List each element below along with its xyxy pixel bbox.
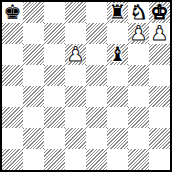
square-e5[interactable] [86, 65, 107, 86]
square-c5[interactable] [44, 65, 65, 86]
square-b7[interactable] [23, 23, 44, 44]
square-f8[interactable]: ♜ [107, 2, 128, 23]
square-a4[interactable] [2, 86, 23, 107]
piece-white-pawn: ♟ [67, 44, 85, 65]
square-e6[interactable] [86, 44, 107, 65]
square-e8[interactable] [86, 2, 107, 23]
square-f3[interactable] [107, 107, 128, 128]
square-d7[interactable] [65, 23, 86, 44]
square-h6[interactable] [149, 44, 170, 65]
square-b8[interactable] [23, 2, 44, 23]
square-g4[interactable] [128, 86, 149, 107]
square-c4[interactable] [44, 86, 65, 107]
square-d1[interactable] [65, 149, 86, 170]
square-h8[interactable]: ♚ [149, 2, 170, 23]
square-d8[interactable] [65, 2, 86, 23]
piece-white-king: ♚ [151, 2, 169, 23]
square-h4[interactable] [149, 86, 170, 107]
square-f6[interactable]: ♝ [107, 44, 128, 65]
piece-black-bishop: ♝ [109, 44, 127, 65]
square-d3[interactable] [65, 107, 86, 128]
square-c2[interactable] [44, 128, 65, 149]
square-a2[interactable] [2, 128, 23, 149]
square-b4[interactable] [23, 86, 44, 107]
square-g8[interactable]: ♞ [128, 2, 149, 23]
square-h7[interactable]: ♟ [149, 23, 170, 44]
square-a5[interactable] [2, 65, 23, 86]
square-f4[interactable] [107, 86, 128, 107]
square-b2[interactable] [23, 128, 44, 149]
square-h5[interactable] [149, 65, 170, 86]
piece-black-rook: ♜ [109, 2, 127, 23]
piece-white-pawn: ♟ [151, 23, 169, 44]
square-c8[interactable] [44, 2, 65, 23]
square-f2[interactable] [107, 128, 128, 149]
square-a1[interactable] [2, 149, 23, 170]
chess-diagram: ♚♜♞♚♟♟♟♝ [0, 0, 172, 172]
square-b1[interactable] [23, 149, 44, 170]
square-c6[interactable] [44, 44, 65, 65]
piece-white-pawn: ♟ [130, 23, 148, 44]
square-h1[interactable] [149, 149, 170, 170]
square-f5[interactable] [107, 65, 128, 86]
square-g6[interactable] [128, 44, 149, 65]
chess-board: ♚♜♞♚♟♟♟♝ [0, 0, 172, 172]
square-c7[interactable] [44, 23, 65, 44]
square-g1[interactable] [128, 149, 149, 170]
square-a8[interactable]: ♚ [2, 2, 23, 23]
square-h2[interactable] [149, 128, 170, 149]
square-a3[interactable] [2, 107, 23, 128]
square-f1[interactable] [107, 149, 128, 170]
square-b5[interactable] [23, 65, 44, 86]
square-c3[interactable] [44, 107, 65, 128]
square-c1[interactable] [44, 149, 65, 170]
piece-white-knight: ♞ [130, 2, 148, 23]
square-a7[interactable] [2, 23, 23, 44]
square-e3[interactable] [86, 107, 107, 128]
square-h3[interactable] [149, 107, 170, 128]
square-g3[interactable] [128, 107, 149, 128]
square-e7[interactable] [86, 23, 107, 44]
square-b6[interactable] [23, 44, 44, 65]
square-d4[interactable] [65, 86, 86, 107]
square-b3[interactable] [23, 107, 44, 128]
square-e4[interactable] [86, 86, 107, 107]
square-g2[interactable] [128, 128, 149, 149]
square-f7[interactable] [107, 23, 128, 44]
square-d6[interactable]: ♟ [65, 44, 86, 65]
square-e2[interactable] [86, 128, 107, 149]
piece-black-king: ♚ [4, 2, 22, 23]
square-d2[interactable] [65, 128, 86, 149]
square-a6[interactable] [2, 44, 23, 65]
square-g5[interactable] [128, 65, 149, 86]
square-d5[interactable] [65, 65, 86, 86]
square-g7[interactable]: ♟ [128, 23, 149, 44]
square-e1[interactable] [86, 149, 107, 170]
